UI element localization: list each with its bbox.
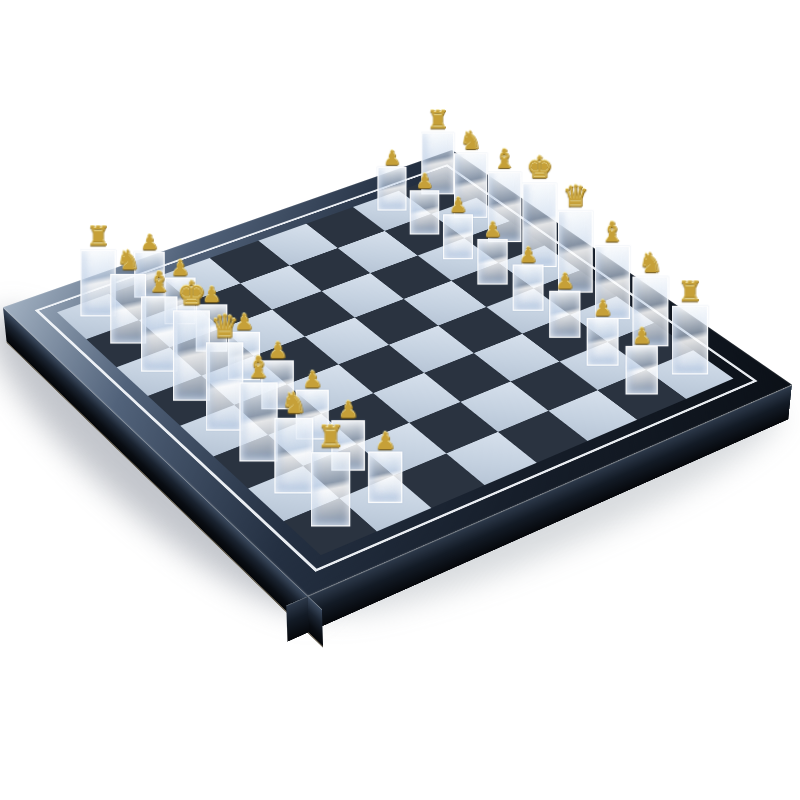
pawn-gold-finial-icon: ♟ (338, 398, 359, 420)
pawn-gold-finial-icon: ♟ (375, 429, 396, 451)
rook-gold-finial-icon: ♜ (317, 424, 344, 452)
pawn-gold-finial-icon: ♟ (416, 171, 434, 190)
piece-black-pawn-b7[interactable]: ♟ (584, 297, 620, 365)
pawn-gold-finial-icon: ♟ (555, 271, 574, 291)
pawn-gold-finial-icon: ♟ (483, 219, 502, 239)
piece-white-knight-b1[interactable]: ♞ (274, 390, 313, 493)
piece-white-bishop-f1[interactable]: ♝ (141, 269, 178, 371)
rook-gold-finial-icon: ♜ (426, 109, 448, 132)
crystal-block (172, 310, 209, 400)
product-photo-stage: ♜♞♝♚♛♝♞♜♟♟♟♟♟♟♟♟♟♟♟♟♟♟♟♟♜♞♝♚♛♝♞♜ (0, 0, 800, 800)
board-grid: ♜♞♝♚♛♝♞♜♟♟♟♟♟♟♟♟♟♟♟♟♟♟♟♟♜♞♝♚♛♝♞♜ (57, 175, 733, 556)
piece-black-pawn-a7[interactable]: ♟ (623, 325, 660, 394)
king-gold-finial-icon: ♚ (176, 279, 205, 310)
crystal-block (513, 265, 544, 311)
piece-white-pawn-a2[interactable]: ♟ (366, 429, 405, 503)
bishop-gold-finial-icon: ♝ (146, 269, 172, 296)
bishop-gold-finial-icon: ♝ (600, 219, 625, 245)
crystal-block (377, 167, 406, 211)
crystal-block (587, 318, 619, 366)
piece-white-queen-d1[interactable]: ♛ (205, 312, 243, 431)
crystal-block (205, 342, 243, 430)
crystal-block (368, 452, 402, 503)
pawn-gold-finial-icon: ♟ (383, 148, 401, 167)
king-gold-finial-icon: ♚ (526, 154, 553, 183)
crystal-block (274, 418, 313, 494)
crystal-block (443, 214, 473, 259)
knight-gold-finial-icon: ♞ (116, 248, 140, 274)
piece-black-pawn-h7[interactable]: ♟ (375, 148, 408, 210)
crystal-block (141, 296, 178, 371)
knight-gold-finial-icon: ♞ (459, 129, 481, 153)
queen-gold-finial-icon: ♛ (210, 312, 239, 342)
bishop-gold-finial-icon: ♝ (245, 354, 272, 382)
crystal-block (626, 346, 658, 395)
crystal-block (239, 382, 277, 461)
crystal-block (549, 291, 580, 338)
crystal-block (310, 452, 350, 526)
piece-black-pawn-c7[interactable]: ♟ (547, 271, 583, 338)
pawn-gold-finial-icon: ♟ (593, 297, 612, 318)
piece-white-king-e1[interactable]: ♚ (172, 279, 209, 400)
knight-gold-finial-icon: ♞ (638, 251, 662, 277)
crystal-block (671, 306, 708, 375)
crystal-block (410, 190, 440, 234)
piece-black-pawn-f7[interactable]: ♟ (441, 195, 475, 259)
queen-gold-finial-icon: ♛ (562, 183, 588, 211)
crystal-block (477, 239, 507, 285)
rook-gold-finial-icon: ♜ (86, 225, 110, 250)
rook-gold-finial-icon: ♜ (677, 280, 702, 306)
chess-board: ♜♞♝♚♛♝♞♜♟♟♟♟♟♟♟♟♟♟♟♟♟♟♟♟♜♞♝♚♛♝♞♜ (3, 150, 792, 596)
knight-gold-finial-icon: ♞ (280, 390, 306, 418)
piece-white-bishop-c1[interactable]: ♝ (239, 354, 277, 462)
board-frame: ♜♞♝♚♛♝♞♜♟♟♟♟♟♟♟♟♟♟♟♟♟♟♟♟♜♞♝♚♛♝♞♜ (3, 150, 792, 596)
piece-black-pawn-d7[interactable]: ♟ (510, 245, 545, 311)
piece-white-rook-a1[interactable]: ♜ (310, 424, 350, 527)
piece-black-rook-a8[interactable]: ♜ (671, 280, 708, 375)
bishop-gold-finial-icon: ♝ (492, 147, 516, 172)
piece-black-pawn-e7[interactable]: ♟ (475, 219, 510, 284)
pawn-gold-finial-icon: ♟ (449, 195, 467, 214)
pawn-gold-finial-icon: ♟ (632, 325, 652, 346)
piece-black-pawn-g7[interactable]: ♟ (408, 171, 442, 234)
pawn-gold-finial-icon: ♟ (519, 245, 538, 265)
